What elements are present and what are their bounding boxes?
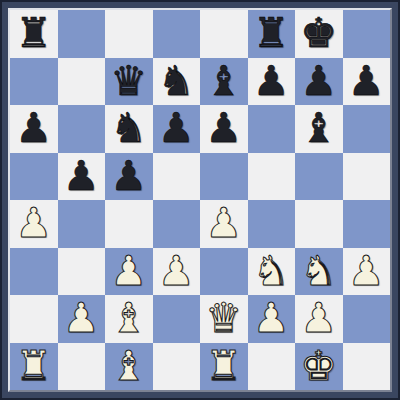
white-bishop-c2: ♝ bbox=[110, 295, 147, 343]
black-rook-a8: ♜ bbox=[15, 10, 52, 58]
square-b4[interactable] bbox=[58, 200, 106, 248]
square-g3[interactable]: ♞ bbox=[295, 248, 343, 296]
square-a3[interactable] bbox=[10, 248, 58, 296]
square-b2[interactable]: ♟ bbox=[58, 295, 106, 343]
white-bishop-c1: ♝ bbox=[110, 343, 147, 391]
square-a1[interactable]: ♜ bbox=[10, 343, 58, 391]
square-e6[interactable]: ♟ bbox=[200, 105, 248, 153]
square-c4[interactable] bbox=[105, 200, 153, 248]
square-b8[interactable] bbox=[58, 10, 106, 58]
black-pawn-h7: ♟ bbox=[348, 58, 385, 106]
square-a6[interactable]: ♟ bbox=[10, 105, 58, 153]
black-king-g8: ♚ bbox=[300, 10, 337, 58]
white-pawn-c3: ♟ bbox=[110, 248, 147, 296]
square-h6[interactable] bbox=[343, 105, 391, 153]
square-e3[interactable] bbox=[200, 248, 248, 296]
square-c1[interactable]: ♝ bbox=[105, 343, 153, 391]
square-f1[interactable] bbox=[248, 343, 296, 391]
white-rook-e1: ♜ bbox=[205, 343, 242, 391]
white-pawn-f2: ♟ bbox=[253, 295, 290, 343]
square-d4[interactable] bbox=[153, 200, 201, 248]
square-e8[interactable] bbox=[200, 10, 248, 58]
square-h3[interactable]: ♟ bbox=[343, 248, 391, 296]
white-knight-g3: ♞ bbox=[300, 248, 337, 296]
white-pawn-b2: ♟ bbox=[63, 295, 100, 343]
square-d7[interactable]: ♞ bbox=[153, 58, 201, 106]
square-f3[interactable]: ♞ bbox=[248, 248, 296, 296]
square-c5[interactable]: ♟ bbox=[105, 153, 153, 201]
square-d5[interactable] bbox=[153, 153, 201, 201]
square-a5[interactable] bbox=[10, 153, 58, 201]
white-pawn-e4: ♟ bbox=[205, 200, 242, 248]
chess-board: ♜♜♚♛♞♝♟♟♟♟♞♟♟♝♟♟♟♟♟♟♞♞♟♟♝♛♟♟♜♝♜♚ bbox=[10, 10, 390, 390]
square-b1[interactable] bbox=[58, 343, 106, 391]
square-c2[interactable]: ♝ bbox=[105, 295, 153, 343]
square-g7[interactable]: ♟ bbox=[295, 58, 343, 106]
square-e4[interactable]: ♟ bbox=[200, 200, 248, 248]
square-a4[interactable]: ♟ bbox=[10, 200, 58, 248]
square-d8[interactable] bbox=[153, 10, 201, 58]
square-e7[interactable]: ♝ bbox=[200, 58, 248, 106]
white-rook-a1: ♜ bbox=[15, 343, 52, 391]
square-g5[interactable] bbox=[295, 153, 343, 201]
square-b5[interactable]: ♟ bbox=[58, 153, 106, 201]
square-c8[interactable] bbox=[105, 10, 153, 58]
square-f4[interactable] bbox=[248, 200, 296, 248]
square-b6[interactable] bbox=[58, 105, 106, 153]
square-f5[interactable] bbox=[248, 153, 296, 201]
square-b3[interactable] bbox=[58, 248, 106, 296]
square-g8[interactable]: ♚ bbox=[295, 10, 343, 58]
black-pawn-a6: ♟ bbox=[15, 105, 52, 153]
black-knight-c6: ♞ bbox=[110, 105, 147, 153]
square-a7[interactable] bbox=[10, 58, 58, 106]
black-rook-f8: ♜ bbox=[253, 10, 290, 58]
square-e1[interactable]: ♜ bbox=[200, 343, 248, 391]
square-c6[interactable]: ♞ bbox=[105, 105, 153, 153]
square-a8[interactable]: ♜ bbox=[10, 10, 58, 58]
black-pawn-c5: ♟ bbox=[110, 153, 147, 201]
black-pawn-b5: ♟ bbox=[63, 153, 100, 201]
square-d3[interactable]: ♟ bbox=[153, 248, 201, 296]
square-f2[interactable]: ♟ bbox=[248, 295, 296, 343]
black-pawn-g7: ♟ bbox=[300, 58, 337, 106]
black-bishop-e7: ♝ bbox=[205, 58, 242, 106]
square-f7[interactable]: ♟ bbox=[248, 58, 296, 106]
square-g4[interactable] bbox=[295, 200, 343, 248]
square-h8[interactable] bbox=[343, 10, 391, 58]
square-g6[interactable]: ♝ bbox=[295, 105, 343, 153]
black-queen-c7: ♛ bbox=[110, 58, 147, 106]
board-bevel: ♜♜♚♛♞♝♟♟♟♟♞♟♟♝♟♟♟♟♟♟♞♞♟♟♝♛♟♟♜♝♜♚ bbox=[8, 8, 392, 392]
square-d6[interactable]: ♟ bbox=[153, 105, 201, 153]
white-queen-e2: ♛ bbox=[205, 295, 242, 343]
white-king-g1: ♚ bbox=[300, 343, 337, 391]
white-knight-f3: ♞ bbox=[253, 248, 290, 296]
board-frame: ♜♜♚♛♞♝♟♟♟♟♞♟♟♝♟♟♟♟♟♟♞♞♟♟♝♛♟♟♜♝♜♚ bbox=[0, 0, 400, 400]
square-h2[interactable] bbox=[343, 295, 391, 343]
square-c7[interactable]: ♛ bbox=[105, 58, 153, 106]
square-h1[interactable] bbox=[343, 343, 391, 391]
square-f8[interactable]: ♜ bbox=[248, 10, 296, 58]
square-e5[interactable] bbox=[200, 153, 248, 201]
square-a2[interactable] bbox=[10, 295, 58, 343]
square-f6[interactable] bbox=[248, 105, 296, 153]
white-pawn-a4: ♟ bbox=[15, 200, 52, 248]
white-pawn-g2: ♟ bbox=[300, 295, 337, 343]
black-knight-d7: ♞ bbox=[158, 58, 195, 106]
black-pawn-f7: ♟ bbox=[253, 58, 290, 106]
square-b7[interactable] bbox=[58, 58, 106, 106]
black-pawn-d6: ♟ bbox=[158, 105, 195, 153]
square-h5[interactable] bbox=[343, 153, 391, 201]
square-g2[interactable]: ♟ bbox=[295, 295, 343, 343]
square-d1[interactable] bbox=[153, 343, 201, 391]
square-c3[interactable]: ♟ bbox=[105, 248, 153, 296]
square-d2[interactable] bbox=[153, 295, 201, 343]
white-pawn-h3: ♟ bbox=[348, 248, 385, 296]
black-bishop-g6: ♝ bbox=[300, 105, 337, 153]
square-h4[interactable] bbox=[343, 200, 391, 248]
black-pawn-e6: ♟ bbox=[205, 105, 242, 153]
square-g1[interactable]: ♚ bbox=[295, 343, 343, 391]
square-e2[interactable]: ♛ bbox=[200, 295, 248, 343]
square-h7[interactable]: ♟ bbox=[343, 58, 391, 106]
white-pawn-d3: ♟ bbox=[158, 248, 195, 296]
